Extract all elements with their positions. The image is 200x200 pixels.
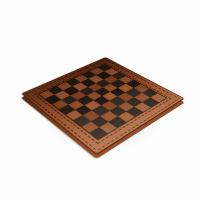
product-photo — [0, 0, 200, 200]
